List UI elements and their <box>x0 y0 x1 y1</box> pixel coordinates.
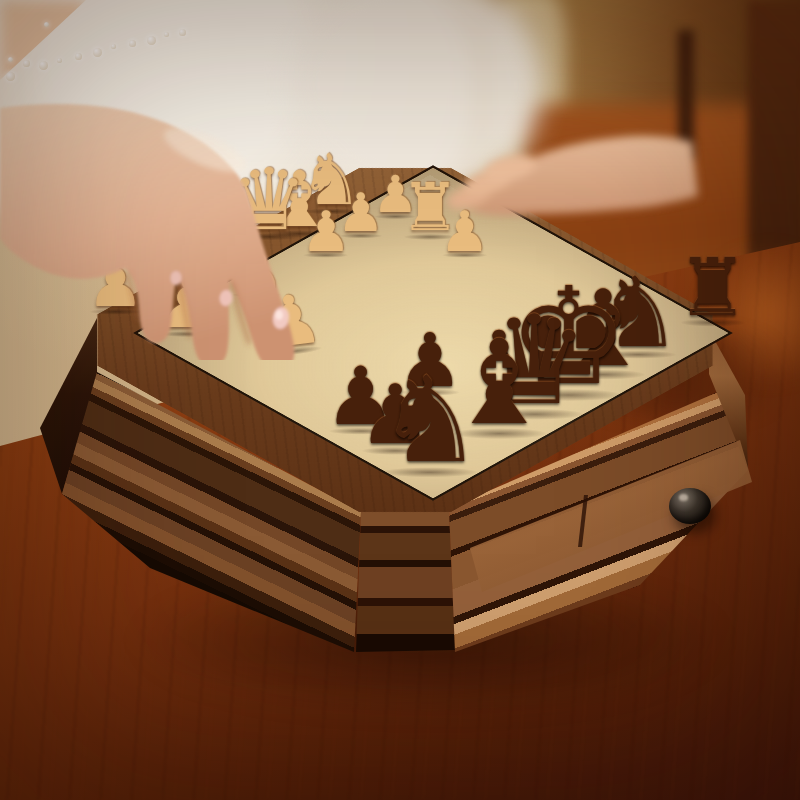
light-pawn-c7[interactable]: ♟ <box>435 203 494 259</box>
bead <box>44 22 49 27</box>
bead <box>8 57 13 62</box>
dark-knight-h1[interactable]: ♞ <box>368 361 493 480</box>
bead <box>147 36 156 45</box>
knob-highlight <box>679 494 688 501</box>
bead <box>129 40 136 47</box>
bead <box>23 60 30 67</box>
chess-photo-scene: ♟♟♟♟♟♜♟♟♟♟♞♟♝♛♚♝♞♛♝♞♟♜ <box>0 0 800 800</box>
light-pawn-a1[interactable]: ♟ <box>152 271 222 338</box>
bead <box>57 58 62 63</box>
box-front-center-facet <box>350 500 460 660</box>
chair-leg-shadow <box>678 30 694 160</box>
bead <box>6 72 15 81</box>
light-pawn-a5[interactable]: ♟ <box>297 203 356 259</box>
drawer-knob[interactable] <box>669 488 711 524</box>
bead <box>93 48 102 57</box>
bead <box>164 32 169 37</box>
light-pawn-c2[interactable]: ♟ <box>251 283 331 360</box>
light-pawn-left-corner[interactable]: ♟ <box>82 252 149 316</box>
bead <box>111 44 116 49</box>
bead <box>39 61 48 70</box>
bead <box>75 53 82 60</box>
bead <box>179 29 186 36</box>
